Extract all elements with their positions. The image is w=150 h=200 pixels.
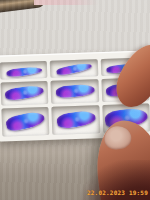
crystal-r0c0 [6,66,43,77]
tray-cell-r1c1 [51,80,99,104]
pink-fabric-stripe [34,0,98,5]
crystal-r2c1 [56,109,97,130]
thumb-nail [103,125,133,151]
crystal-r2c0 [5,110,46,133]
crystal-r1c0 [4,85,44,102]
tray-cell-r1c0 [0,81,48,105]
photo-background: 22.02.2023 19:59 [0,0,150,200]
tray-cell-r2c0 [1,106,49,136]
crystal-r0c1 [56,62,93,76]
tray-cell-r2c1 [52,105,100,135]
camera-timestamp: 22.02.2023 19:59 [87,189,148,196]
tray-cell-r0c1 [50,59,98,78]
crystal-r1c1 [55,84,95,99]
tray-cell-r0c0 [0,61,48,80]
